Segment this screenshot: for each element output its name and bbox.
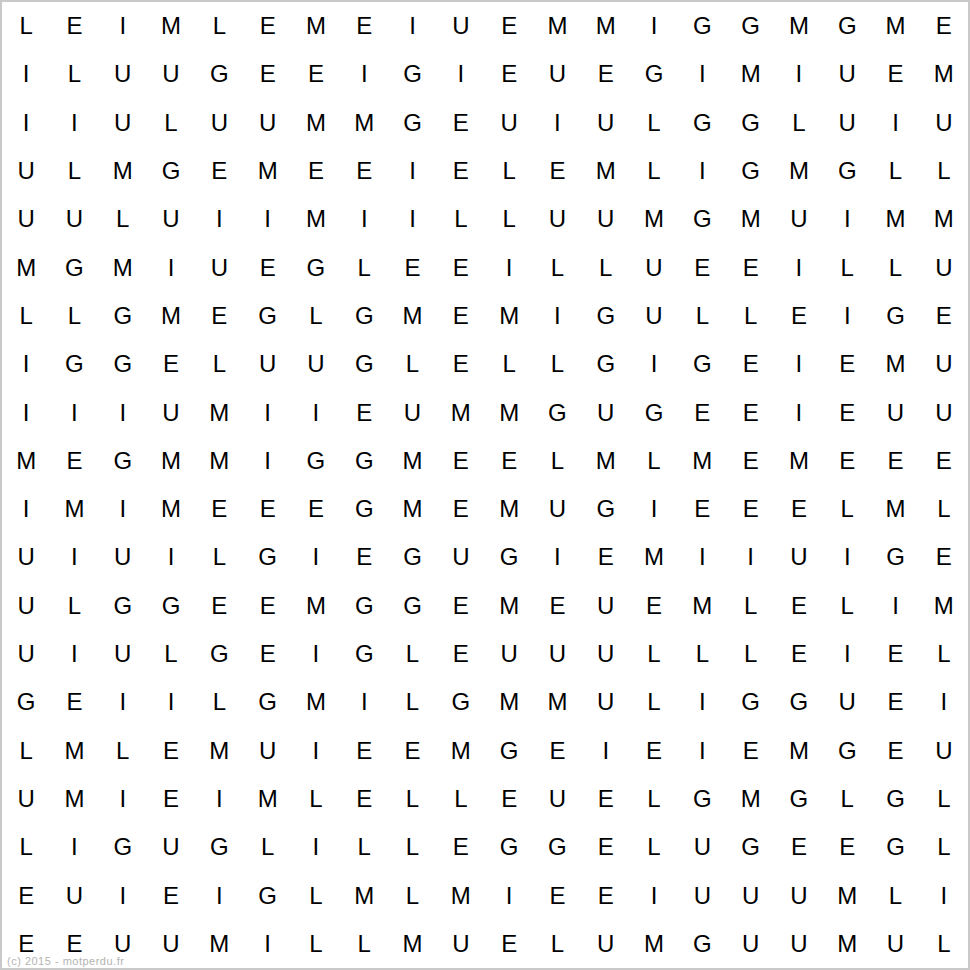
grid-cell-r7c7[interactable]: L bbox=[292, 292, 340, 340]
grid-cell-r2c15[interactable]: I bbox=[678, 50, 726, 98]
grid-cell-r7c9[interactable]: M bbox=[388, 292, 436, 340]
grid-cell-r1c17[interactable]: M bbox=[775, 2, 823, 50]
grid-cell-r11c11[interactable]: M bbox=[485, 485, 533, 533]
grid-cell-r13c11[interactable]: M bbox=[485, 582, 533, 630]
grid-cell-r20c15[interactable]: G bbox=[678, 920, 726, 968]
grid-cell-r17c5[interactable]: I bbox=[195, 775, 243, 823]
grid-cell-r4c16[interactable]: G bbox=[726, 147, 774, 195]
grid-cell-r8c8[interactable]: G bbox=[340, 340, 388, 388]
grid-cell-r1c11[interactable]: E bbox=[485, 2, 533, 50]
grid-cell-r16c5[interactable]: M bbox=[195, 726, 243, 774]
grid-cell-r16c19[interactable]: E bbox=[871, 726, 919, 774]
grid-cell-r11c16[interactable]: E bbox=[726, 485, 774, 533]
grid-cell-r4c17[interactable]: M bbox=[775, 147, 823, 195]
grid-cell-r14c17[interactable]: E bbox=[775, 630, 823, 678]
grid-cell-r4c20[interactable]: L bbox=[920, 147, 968, 195]
grid-cell-r4c19[interactable]: L bbox=[871, 147, 919, 195]
grid-cell-r4c11[interactable]: L bbox=[485, 147, 533, 195]
grid-cell-r18c19[interactable]: G bbox=[871, 823, 919, 871]
grid-cell-r11c2[interactable]: M bbox=[50, 485, 98, 533]
grid-cell-r9c3[interactable]: I bbox=[99, 388, 147, 436]
grid-cell-r4c3[interactable]: M bbox=[99, 147, 147, 195]
grid-cell-r3c12[interactable]: I bbox=[533, 99, 581, 147]
grid-cell-r15c5[interactable]: L bbox=[195, 678, 243, 726]
grid-cell-r6c12[interactable]: L bbox=[533, 243, 581, 291]
grid-cell-r17c11[interactable]: E bbox=[485, 775, 533, 823]
grid-cell-r4c15[interactable]: I bbox=[678, 147, 726, 195]
grid-cell-r4c7[interactable]: E bbox=[292, 147, 340, 195]
grid-cell-r12c5[interactable]: L bbox=[195, 533, 243, 581]
grid-cell-r2c7[interactable]: E bbox=[292, 50, 340, 98]
grid-cell-r6c6[interactable]: E bbox=[243, 243, 291, 291]
grid-cell-r20c18[interactable]: M bbox=[823, 920, 871, 968]
grid-cell-r12c9[interactable]: G bbox=[388, 533, 436, 581]
grid-cell-r6c20[interactable]: U bbox=[920, 243, 968, 291]
grid-cell-r9c11[interactable]: M bbox=[485, 388, 533, 436]
grid-cell-r20c4[interactable]: U bbox=[147, 920, 195, 968]
grid-cell-r6c11[interactable]: I bbox=[485, 243, 533, 291]
grid-cell-r13c18[interactable]: L bbox=[823, 582, 871, 630]
grid-cell-r17c14[interactable]: L bbox=[630, 775, 678, 823]
grid-cell-r19c7[interactable]: L bbox=[292, 871, 340, 919]
grid-cell-r14c12[interactable]: U bbox=[533, 630, 581, 678]
grid-cell-r1c1[interactable]: L bbox=[2, 2, 50, 50]
grid-cell-r2c12[interactable]: U bbox=[533, 50, 581, 98]
grid-cell-r2c18[interactable]: U bbox=[823, 50, 871, 98]
grid-cell-r7c6[interactable]: G bbox=[243, 292, 291, 340]
grid-cell-r18c16[interactable]: G bbox=[726, 823, 774, 871]
grid-cell-r11c15[interactable]: E bbox=[678, 485, 726, 533]
grid-cell-r5c5[interactable]: I bbox=[195, 195, 243, 243]
grid-cell-r9c8[interactable]: E bbox=[340, 388, 388, 436]
grid-cell-r6c10[interactable]: E bbox=[437, 243, 485, 291]
grid-cell-r8c12[interactable]: L bbox=[533, 340, 581, 388]
grid-cell-r7c4[interactable]: M bbox=[147, 292, 195, 340]
grid-cell-r2c13[interactable]: E bbox=[582, 50, 630, 98]
grid-cell-r20c7[interactable]: L bbox=[292, 920, 340, 968]
grid-cell-r6c18[interactable]: L bbox=[823, 243, 871, 291]
grid-cell-r1c19[interactable]: M bbox=[871, 2, 919, 50]
grid-cell-r11c13[interactable]: G bbox=[582, 485, 630, 533]
grid-cell-r16c20[interactable]: U bbox=[920, 726, 968, 774]
grid-cell-r3c17[interactable]: L bbox=[775, 99, 823, 147]
grid-cell-r17c12[interactable]: U bbox=[533, 775, 581, 823]
grid-cell-r20c14[interactable]: M bbox=[630, 920, 678, 968]
grid-cell-r16c4[interactable]: E bbox=[147, 726, 195, 774]
grid-cell-r13c3[interactable]: G bbox=[99, 582, 147, 630]
grid-cell-r13c8[interactable]: G bbox=[340, 582, 388, 630]
grid-cell-r20c10[interactable]: U bbox=[437, 920, 485, 968]
grid-cell-r5c12[interactable]: U bbox=[533, 195, 581, 243]
grid-cell-r13c14[interactable]: E bbox=[630, 582, 678, 630]
grid-cell-r14c3[interactable]: U bbox=[99, 630, 147, 678]
grid-cell-r20c6[interactable]: I bbox=[243, 920, 291, 968]
grid-cell-r14c20[interactable]: L bbox=[920, 630, 968, 678]
grid-cell-r19c4[interactable]: E bbox=[147, 871, 195, 919]
grid-cell-r7c2[interactable]: L bbox=[50, 292, 98, 340]
grid-cell-r6c9[interactable]: E bbox=[388, 243, 436, 291]
grid-cell-r9c1[interactable]: I bbox=[2, 388, 50, 436]
grid-cell-r5c4[interactable]: U bbox=[147, 195, 195, 243]
grid-cell-r3c16[interactable]: G bbox=[726, 99, 774, 147]
grid-cell-r16c3[interactable]: L bbox=[99, 726, 147, 774]
grid-cell-r14c16[interactable]: L bbox=[726, 630, 774, 678]
grid-cell-r9c2[interactable]: I bbox=[50, 388, 98, 436]
grid-cell-r14c6[interactable]: E bbox=[243, 630, 291, 678]
grid-cell-r13c4[interactable]: G bbox=[147, 582, 195, 630]
grid-cell-r9c17[interactable]: I bbox=[775, 388, 823, 436]
grid-cell-r4c13[interactable]: M bbox=[582, 147, 630, 195]
grid-cell-r16c7[interactable]: I bbox=[292, 726, 340, 774]
grid-cell-r1c16[interactable]: G bbox=[726, 2, 774, 50]
grid-cell-r15c9[interactable]: L bbox=[388, 678, 436, 726]
grid-cell-r19c14[interactable]: I bbox=[630, 871, 678, 919]
grid-cell-r12c20[interactable]: E bbox=[920, 533, 968, 581]
grid-cell-r12c2[interactable]: I bbox=[50, 533, 98, 581]
grid-cell-r1c12[interactable]: M bbox=[533, 2, 581, 50]
grid-cell-r15c16[interactable]: G bbox=[726, 678, 774, 726]
grid-cell-r12c12[interactable]: I bbox=[533, 533, 581, 581]
grid-cell-r15c13[interactable]: U bbox=[582, 678, 630, 726]
grid-cell-r12c18[interactable]: I bbox=[823, 533, 871, 581]
grid-cell-r2c11[interactable]: E bbox=[485, 50, 533, 98]
grid-cell-r20c17[interactable]: U bbox=[775, 920, 823, 968]
grid-cell-r19c9[interactable]: L bbox=[388, 871, 436, 919]
grid-cell-r3c14[interactable]: L bbox=[630, 99, 678, 147]
grid-cell-r3c15[interactable]: G bbox=[678, 99, 726, 147]
grid-cell-r14c14[interactable]: L bbox=[630, 630, 678, 678]
grid-cell-r3c7[interactable]: M bbox=[292, 99, 340, 147]
grid-cell-r6c4[interactable]: I bbox=[147, 243, 195, 291]
grid-cell-r17c4[interactable]: E bbox=[147, 775, 195, 823]
grid-cell-r13c6[interactable]: E bbox=[243, 582, 291, 630]
grid-cell-r7c11[interactable]: M bbox=[485, 292, 533, 340]
grid-cell-r6c5[interactable]: U bbox=[195, 243, 243, 291]
grid-cell-r20c13[interactable]: U bbox=[582, 920, 630, 968]
grid-cell-r7c18[interactable]: I bbox=[823, 292, 871, 340]
grid-cell-r1c15[interactable]: G bbox=[678, 2, 726, 50]
grid-cell-r19c19[interactable]: L bbox=[871, 871, 919, 919]
grid-cell-r14c2[interactable]: I bbox=[50, 630, 98, 678]
grid-cell-r19c18[interactable]: M bbox=[823, 871, 871, 919]
grid-cell-r15c18[interactable]: U bbox=[823, 678, 871, 726]
grid-cell-r17c8[interactable]: E bbox=[340, 775, 388, 823]
grid-cell-r1c13[interactable]: M bbox=[582, 2, 630, 50]
grid-cell-r15c12[interactable]: M bbox=[533, 678, 581, 726]
grid-cell-r17c10[interactable]: L bbox=[437, 775, 485, 823]
grid-cell-r9c12[interactable]: G bbox=[533, 388, 581, 436]
grid-cell-r16c15[interactable]: I bbox=[678, 726, 726, 774]
grid-cell-r10c8[interactable]: G bbox=[340, 437, 388, 485]
grid-cell-r10c11[interactable]: E bbox=[485, 437, 533, 485]
grid-cell-r10c1[interactable]: M bbox=[2, 437, 50, 485]
grid-cell-r5c14[interactable]: M bbox=[630, 195, 678, 243]
grid-cell-r5c1[interactable]: U bbox=[2, 195, 50, 243]
grid-cell-r2c17[interactable]: I bbox=[775, 50, 823, 98]
grid-cell-r7c5[interactable]: E bbox=[195, 292, 243, 340]
grid-cell-r12c17[interactable]: U bbox=[775, 533, 823, 581]
grid-cell-r11c17[interactable]: E bbox=[775, 485, 823, 533]
grid-cell-r16c13[interactable]: I bbox=[582, 726, 630, 774]
grid-cell-r15c19[interactable]: E bbox=[871, 678, 919, 726]
grid-cell-r12c4[interactable]: I bbox=[147, 533, 195, 581]
grid-cell-r1c6[interactable]: E bbox=[243, 2, 291, 50]
grid-cell-r2c10[interactable]: I bbox=[437, 50, 485, 98]
grid-cell-r5c20[interactable]: M bbox=[920, 195, 968, 243]
grid-cell-r19c16[interactable]: U bbox=[726, 871, 774, 919]
grid-cell-r4c12[interactable]: E bbox=[533, 147, 581, 195]
grid-cell-r18c7[interactable]: I bbox=[292, 823, 340, 871]
grid-cell-r7c13[interactable]: G bbox=[582, 292, 630, 340]
grid-cell-r11c5[interactable]: E bbox=[195, 485, 243, 533]
grid-cell-r8c3[interactable]: G bbox=[99, 340, 147, 388]
grid-cell-r1c3[interactable]: I bbox=[99, 2, 147, 50]
grid-cell-r18c2[interactable]: I bbox=[50, 823, 98, 871]
grid-cell-r19c3[interactable]: I bbox=[99, 871, 147, 919]
grid-cell-r3c19[interactable]: I bbox=[871, 99, 919, 147]
grid-cell-r10c18[interactable]: E bbox=[823, 437, 871, 485]
grid-cell-r5c19[interactable]: M bbox=[871, 195, 919, 243]
grid-cell-r17c17[interactable]: G bbox=[775, 775, 823, 823]
grid-cell-r2c2[interactable]: L bbox=[50, 50, 98, 98]
grid-cell-r10c15[interactable]: M bbox=[678, 437, 726, 485]
grid-cell-r11c10[interactable]: E bbox=[437, 485, 485, 533]
grid-cell-r2c6[interactable]: E bbox=[243, 50, 291, 98]
grid-cell-r5c16[interactable]: M bbox=[726, 195, 774, 243]
grid-cell-r6c19[interactable]: L bbox=[871, 243, 919, 291]
grid-cell-r8c7[interactable]: U bbox=[292, 340, 340, 388]
grid-cell-r4c18[interactable]: G bbox=[823, 147, 871, 195]
grid-cell-r15c1[interactable]: G bbox=[2, 678, 50, 726]
grid-cell-r11c7[interactable]: E bbox=[292, 485, 340, 533]
grid-cell-r9c10[interactable]: M bbox=[437, 388, 485, 436]
grid-cell-r10c7[interactable]: G bbox=[292, 437, 340, 485]
grid-cell-r18c17[interactable]: E bbox=[775, 823, 823, 871]
grid-cell-r14c5[interactable]: G bbox=[195, 630, 243, 678]
grid-cell-r9c14[interactable]: G bbox=[630, 388, 678, 436]
grid-cell-r18c8[interactable]: L bbox=[340, 823, 388, 871]
grid-cell-r1c14[interactable]: I bbox=[630, 2, 678, 50]
grid-cell-r2c5[interactable]: G bbox=[195, 50, 243, 98]
grid-cell-r13c16[interactable]: L bbox=[726, 582, 774, 630]
grid-cell-r14c1[interactable]: U bbox=[2, 630, 50, 678]
grid-cell-r7c16[interactable]: L bbox=[726, 292, 774, 340]
grid-cell-r19c20[interactable]: I bbox=[920, 871, 968, 919]
grid-cell-r15c15[interactable]: I bbox=[678, 678, 726, 726]
grid-cell-r20c16[interactable]: U bbox=[726, 920, 774, 968]
grid-cell-r4c10[interactable]: E bbox=[437, 147, 485, 195]
grid-cell-r5c13[interactable]: U bbox=[582, 195, 630, 243]
grid-cell-r19c15[interactable]: U bbox=[678, 871, 726, 919]
grid-cell-r14c7[interactable]: I bbox=[292, 630, 340, 678]
grid-cell-r10c13[interactable]: M bbox=[582, 437, 630, 485]
grid-cell-r14c18[interactable]: I bbox=[823, 630, 871, 678]
grid-cell-r16c9[interactable]: E bbox=[388, 726, 436, 774]
grid-cell-r2c20[interactable]: M bbox=[920, 50, 968, 98]
grid-cell-r20c5[interactable]: M bbox=[195, 920, 243, 968]
grid-cell-r17c19[interactable]: G bbox=[871, 775, 919, 823]
grid-cell-r8c10[interactable]: E bbox=[437, 340, 485, 388]
grid-cell-r3c8[interactable]: M bbox=[340, 99, 388, 147]
grid-cell-r16c10[interactable]: M bbox=[437, 726, 485, 774]
grid-cell-r11c8[interactable]: G bbox=[340, 485, 388, 533]
grid-cell-r12c14[interactable]: M bbox=[630, 533, 678, 581]
grid-cell-r13c5[interactable]: E bbox=[195, 582, 243, 630]
grid-cell-r18c12[interactable]: G bbox=[533, 823, 581, 871]
grid-cell-r19c17[interactable]: U bbox=[775, 871, 823, 919]
grid-cell-r7c20[interactable]: E bbox=[920, 292, 968, 340]
grid-cell-r2c8[interactable]: I bbox=[340, 50, 388, 98]
grid-cell-r10c14[interactable]: L bbox=[630, 437, 678, 485]
grid-cell-r12c6[interactable]: G bbox=[243, 533, 291, 581]
grid-cell-r14c19[interactable]: E bbox=[871, 630, 919, 678]
grid-cell-r15c20[interactable]: I bbox=[920, 678, 968, 726]
grid-cell-r17c15[interactable]: G bbox=[678, 775, 726, 823]
grid-cell-r9c13[interactable]: U bbox=[582, 388, 630, 436]
grid-cell-r1c9[interactable]: I bbox=[388, 2, 436, 50]
grid-cell-r7c19[interactable]: G bbox=[871, 292, 919, 340]
grid-cell-r3c20[interactable]: U bbox=[920, 99, 968, 147]
grid-cell-r16c2[interactable]: M bbox=[50, 726, 98, 774]
grid-cell-r4c2[interactable]: L bbox=[50, 147, 98, 195]
grid-cell-r20c12[interactable]: L bbox=[533, 920, 581, 968]
grid-cell-r19c1[interactable]: E bbox=[2, 871, 50, 919]
grid-cell-r12c3[interactable]: U bbox=[99, 533, 147, 581]
grid-cell-r7c15[interactable]: L bbox=[678, 292, 726, 340]
grid-cell-r8c17[interactable]: I bbox=[775, 340, 823, 388]
grid-cell-r17c6[interactable]: M bbox=[243, 775, 291, 823]
grid-cell-r20c8[interactable]: L bbox=[340, 920, 388, 968]
grid-cell-r6c8[interactable]: L bbox=[340, 243, 388, 291]
grid-cell-r13c9[interactable]: G bbox=[388, 582, 436, 630]
grid-cell-r13c10[interactable]: E bbox=[437, 582, 485, 630]
grid-cell-r10c20[interactable]: E bbox=[920, 437, 968, 485]
grid-cell-r5c9[interactable]: I bbox=[388, 195, 436, 243]
grid-cell-r16c6[interactable]: U bbox=[243, 726, 291, 774]
grid-cell-r18c5[interactable]: G bbox=[195, 823, 243, 871]
grid-cell-r10c17[interactable]: M bbox=[775, 437, 823, 485]
grid-cell-r12c15[interactable]: I bbox=[678, 533, 726, 581]
grid-cell-r11c12[interactable]: U bbox=[533, 485, 581, 533]
grid-cell-r9c6[interactable]: I bbox=[243, 388, 291, 436]
grid-cell-r16c8[interactable]: E bbox=[340, 726, 388, 774]
grid-cell-r7c8[interactable]: G bbox=[340, 292, 388, 340]
grid-cell-r5c18[interactable]: I bbox=[823, 195, 871, 243]
grid-cell-r13c19[interactable]: I bbox=[871, 582, 919, 630]
grid-cell-r15c14[interactable]: L bbox=[630, 678, 678, 726]
grid-cell-r15c17[interactable]: G bbox=[775, 678, 823, 726]
grid-cell-r3c13[interactable]: U bbox=[582, 99, 630, 147]
grid-cell-r16c1[interactable]: L bbox=[2, 726, 50, 774]
grid-cell-r17c16[interactable]: M bbox=[726, 775, 774, 823]
grid-cell-r6c13[interactable]: L bbox=[582, 243, 630, 291]
grid-cell-r4c6[interactable]: M bbox=[243, 147, 291, 195]
grid-cell-r19c2[interactable]: U bbox=[50, 871, 98, 919]
grid-cell-r7c10[interactable]: E bbox=[437, 292, 485, 340]
grid-cell-r4c4[interactable]: G bbox=[147, 147, 195, 195]
grid-cell-r19c6[interactable]: G bbox=[243, 871, 291, 919]
grid-cell-r5c10[interactable]: L bbox=[437, 195, 485, 243]
grid-cell-r15c8[interactable]: I bbox=[340, 678, 388, 726]
grid-cell-r5c2[interactable]: U bbox=[50, 195, 98, 243]
grid-cell-r4c8[interactable]: E bbox=[340, 147, 388, 195]
grid-cell-r15c3[interactable]: I bbox=[99, 678, 147, 726]
grid-cell-r11c20[interactable]: L bbox=[920, 485, 968, 533]
grid-cell-r8c4[interactable]: E bbox=[147, 340, 195, 388]
grid-cell-r9c4[interactable]: U bbox=[147, 388, 195, 436]
grid-cell-r13c7[interactable]: M bbox=[292, 582, 340, 630]
grid-cell-r2c3[interactable]: U bbox=[99, 50, 147, 98]
grid-cell-r18c11[interactable]: G bbox=[485, 823, 533, 871]
grid-cell-r7c12[interactable]: I bbox=[533, 292, 581, 340]
grid-cell-r1c20[interactable]: E bbox=[920, 2, 968, 50]
grid-cell-r20c9[interactable]: M bbox=[388, 920, 436, 968]
grid-cell-r6c16[interactable]: E bbox=[726, 243, 774, 291]
grid-cell-r11c19[interactable]: M bbox=[871, 485, 919, 533]
grid-cell-r19c13[interactable]: E bbox=[582, 871, 630, 919]
grid-cell-r6c1[interactable]: M bbox=[2, 243, 50, 291]
grid-cell-r7c3[interactable]: G bbox=[99, 292, 147, 340]
grid-cell-r14c4[interactable]: L bbox=[147, 630, 195, 678]
grid-cell-r15c10[interactable]: G bbox=[437, 678, 485, 726]
grid-cell-r18c10[interactable]: E bbox=[437, 823, 485, 871]
grid-cell-r18c15[interactable]: U bbox=[678, 823, 726, 871]
grid-cell-r17c18[interactable]: L bbox=[823, 775, 871, 823]
grid-cell-r10c10[interactable]: E bbox=[437, 437, 485, 485]
grid-cell-r20c19[interactable]: U bbox=[871, 920, 919, 968]
grid-cell-r6c3[interactable]: M bbox=[99, 243, 147, 291]
grid-cell-r11c14[interactable]: I bbox=[630, 485, 678, 533]
grid-cell-r19c11[interactable]: I bbox=[485, 871, 533, 919]
grid-cell-r8c9[interactable]: L bbox=[388, 340, 436, 388]
grid-cell-r2c1[interactable]: I bbox=[2, 50, 50, 98]
grid-cell-r3c2[interactable]: I bbox=[50, 99, 98, 147]
grid-cell-r14c9[interactable]: L bbox=[388, 630, 436, 678]
grid-cell-r3c9[interactable]: G bbox=[388, 99, 436, 147]
grid-cell-r8c6[interactable]: U bbox=[243, 340, 291, 388]
grid-cell-r13c20[interactable]: M bbox=[920, 582, 968, 630]
grid-cell-r17c1[interactable]: U bbox=[2, 775, 50, 823]
grid-cell-r19c5[interactable]: I bbox=[195, 871, 243, 919]
grid-cell-r1c4[interactable]: M bbox=[147, 2, 195, 50]
grid-cell-r8c20[interactable]: U bbox=[920, 340, 968, 388]
grid-cell-r3c1[interactable]: I bbox=[2, 99, 50, 147]
grid-cell-r19c10[interactable]: M bbox=[437, 871, 485, 919]
grid-cell-r9c5[interactable]: M bbox=[195, 388, 243, 436]
grid-cell-r8c18[interactable]: E bbox=[823, 340, 871, 388]
grid-cell-r20c20[interactable]: L bbox=[920, 920, 968, 968]
grid-cell-r8c16[interactable]: E bbox=[726, 340, 774, 388]
grid-cell-r3c6[interactable]: U bbox=[243, 99, 291, 147]
grid-cell-r9c18[interactable]: E bbox=[823, 388, 871, 436]
grid-cell-r7c1[interactable]: L bbox=[2, 292, 50, 340]
grid-cell-r11c1[interactable]: I bbox=[2, 485, 50, 533]
grid-cell-r16c16[interactable]: E bbox=[726, 726, 774, 774]
grid-cell-r8c1[interactable]: I bbox=[2, 340, 50, 388]
grid-cell-r1c10[interactable]: U bbox=[437, 2, 485, 50]
grid-cell-r8c5[interactable]: L bbox=[195, 340, 243, 388]
grid-cell-r6c2[interactable]: G bbox=[50, 243, 98, 291]
grid-cell-r12c13[interactable]: E bbox=[582, 533, 630, 581]
grid-cell-r11c3[interactable]: I bbox=[99, 485, 147, 533]
grid-cell-r18c4[interactable]: U bbox=[147, 823, 195, 871]
grid-cell-r12c19[interactable]: G bbox=[871, 533, 919, 581]
grid-cell-r8c13[interactable]: G bbox=[582, 340, 630, 388]
grid-cell-r18c1[interactable]: L bbox=[2, 823, 50, 871]
grid-cell-r14c15[interactable]: L bbox=[678, 630, 726, 678]
grid-cell-r17c20[interactable]: L bbox=[920, 775, 968, 823]
grid-cell-r10c2[interactable]: E bbox=[50, 437, 98, 485]
